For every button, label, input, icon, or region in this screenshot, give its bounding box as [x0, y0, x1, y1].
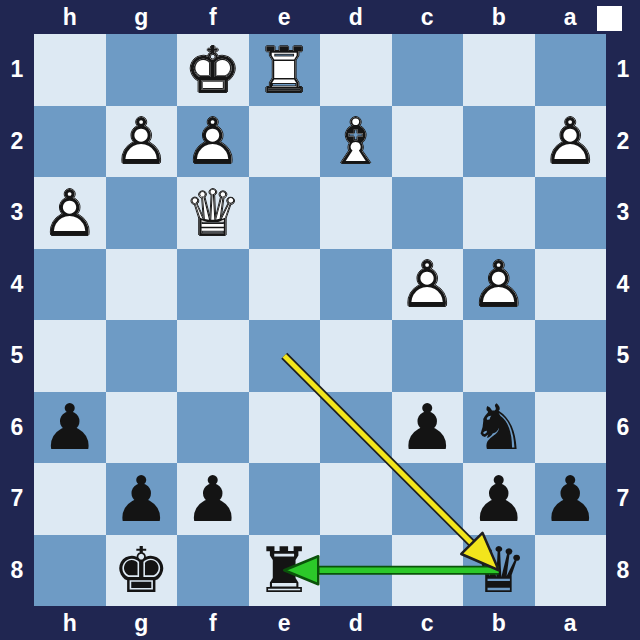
square-c1[interactable]: [392, 34, 464, 106]
black-pawn-h6[interactable]: ♟: [34, 392, 106, 464]
square-d1[interactable]: [320, 34, 392, 106]
square-c8[interactable]: [392, 535, 464, 607]
black-rook-e8[interactable]: ♜: [249, 535, 321, 607]
rank-label-right-1: 1: [606, 34, 640, 106]
square-d4[interactable]: [320, 249, 392, 321]
square-d5[interactable]: [320, 320, 392, 392]
black-pawn-c6[interactable]: ♟: [392, 392, 464, 464]
rank-label-right-6: 6: [606, 392, 640, 464]
square-e3[interactable]: [249, 177, 321, 249]
square-d7[interactable]: [320, 463, 392, 535]
rank-label-left-1: 1: [0, 34, 34, 106]
rank-label-right-3: 3: [606, 177, 640, 249]
file-label-bottom-f: f: [177, 606, 249, 640]
black-queen-b8[interactable]: ♛: [463, 535, 535, 607]
white-pawn-b4[interactable]: ♟♙: [463, 249, 535, 321]
white-king-f1[interactable]: ♚♔: [177, 34, 249, 106]
square-e2[interactable]: [249, 106, 321, 178]
rank-label-left-7: 7: [0, 463, 34, 535]
black-pawn-b7[interactable]: ♟: [463, 463, 535, 535]
file-label-top-b: b: [463, 0, 535, 34]
black-pawn-a7[interactable]: ♟: [535, 463, 607, 535]
file-label-bottom-g: g: [106, 606, 178, 640]
square-g5[interactable]: [106, 320, 178, 392]
square-e7[interactable]: [249, 463, 321, 535]
square-e4[interactable]: [249, 249, 321, 321]
white-queen-f3[interactable]: ♛♕: [177, 177, 249, 249]
square-h4[interactable]: [34, 249, 106, 321]
white-pawn-h3[interactable]: ♟♙: [34, 177, 106, 249]
square-h5[interactable]: [34, 320, 106, 392]
white-pawn-g2[interactable]: ♟♙: [106, 106, 178, 178]
file-label-top-d: d: [320, 0, 392, 34]
file-label-top-e: e: [249, 0, 321, 34]
rank-label-right-7: 7: [606, 463, 640, 535]
square-c5[interactable]: [392, 320, 464, 392]
square-d6[interactable]: [320, 392, 392, 464]
square-a3[interactable]: [535, 177, 607, 249]
white-pawn-f2[interactable]: ♟♙: [177, 106, 249, 178]
square-c7[interactable]: [392, 463, 464, 535]
black-king-g8[interactable]: ♚: [106, 535, 178, 607]
square-a5[interactable]: [535, 320, 607, 392]
square-h1[interactable]: [34, 34, 106, 106]
black-knight-b6[interactable]: ♞: [463, 392, 535, 464]
rank-label-right-2: 2: [606, 106, 640, 178]
white-pawn-c4[interactable]: ♟♙: [392, 249, 464, 321]
square-a1[interactable]: [535, 34, 607, 106]
square-b2[interactable]: [463, 106, 535, 178]
square-f5[interactable]: [177, 320, 249, 392]
rank-label-right-4: 4: [606, 249, 640, 321]
square-c2[interactable]: [392, 106, 464, 178]
square-a8[interactable]: [535, 535, 607, 607]
square-b3[interactable]: [463, 177, 535, 249]
rank-label-left-8: 8: [0, 535, 34, 607]
square-d3[interactable]: [320, 177, 392, 249]
square-b5[interactable]: [463, 320, 535, 392]
black-pawn-g7[interactable]: ♟: [106, 463, 178, 535]
square-h2[interactable]: [34, 106, 106, 178]
file-label-top-h: h: [34, 0, 106, 34]
rank-label-left-5: 5: [0, 320, 34, 392]
square-b1[interactable]: [463, 34, 535, 106]
black-pawn-f7[interactable]: ♟: [177, 463, 249, 535]
file-label-bottom-a: a: [535, 606, 607, 640]
square-a6[interactable]: [535, 392, 607, 464]
square-f8[interactable]: [177, 535, 249, 607]
square-c3[interactable]: [392, 177, 464, 249]
rank-label-left-3: 3: [0, 177, 34, 249]
file-label-top-f: f: [177, 0, 249, 34]
white-bishop-d2[interactable]: ♝♗: [320, 106, 392, 178]
square-d8[interactable]: [320, 535, 392, 607]
rank-label-left-4: 4: [0, 249, 34, 321]
rank-label-left-2: 2: [0, 106, 34, 178]
file-label-bottom-c: c: [392, 606, 464, 640]
square-g6[interactable]: [106, 392, 178, 464]
square-h8[interactable]: [34, 535, 106, 607]
file-label-bottom-e: e: [249, 606, 321, 640]
file-label-bottom-b: b: [463, 606, 535, 640]
file-label-bottom-h: h: [34, 606, 106, 640]
rank-label-right-8: 8: [606, 535, 640, 607]
square-e6[interactable]: [249, 392, 321, 464]
rank-label-left-6: 6: [0, 392, 34, 464]
file-label-top-a: a: [535, 0, 607, 34]
file-label-top-c: c: [392, 0, 464, 34]
file-label-top-g: g: [106, 0, 178, 34]
square-g3[interactable]: [106, 177, 178, 249]
file-label-bottom-d: d: [320, 606, 392, 640]
white-pawn-a2[interactable]: ♟♙: [535, 106, 607, 178]
square-a4[interactable]: [535, 249, 607, 321]
square-h7[interactable]: [34, 463, 106, 535]
white-rook-e1[interactable]: ♜♖: [249, 34, 321, 106]
square-f6[interactable]: [177, 392, 249, 464]
square-f4[interactable]: [177, 249, 249, 321]
square-e5[interactable]: [249, 320, 321, 392]
square-g4[interactable]: [106, 249, 178, 321]
turn-indicator: [597, 6, 622, 31]
chess-diagram: hhggffeeddccbbaa1122334455667788 ♚♔♜♖♛♕♝…: [0, 0, 640, 640]
square-g1[interactable]: [106, 34, 178, 106]
rank-label-right-5: 5: [606, 320, 640, 392]
